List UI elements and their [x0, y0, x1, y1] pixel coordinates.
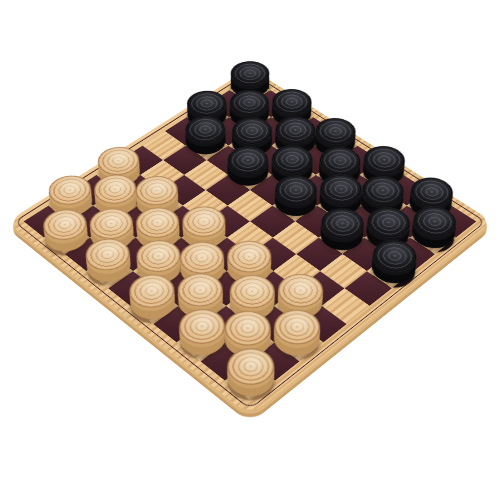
- game-board: [7, 68, 493, 417]
- product-photo-stage: [0, 0, 500, 500]
